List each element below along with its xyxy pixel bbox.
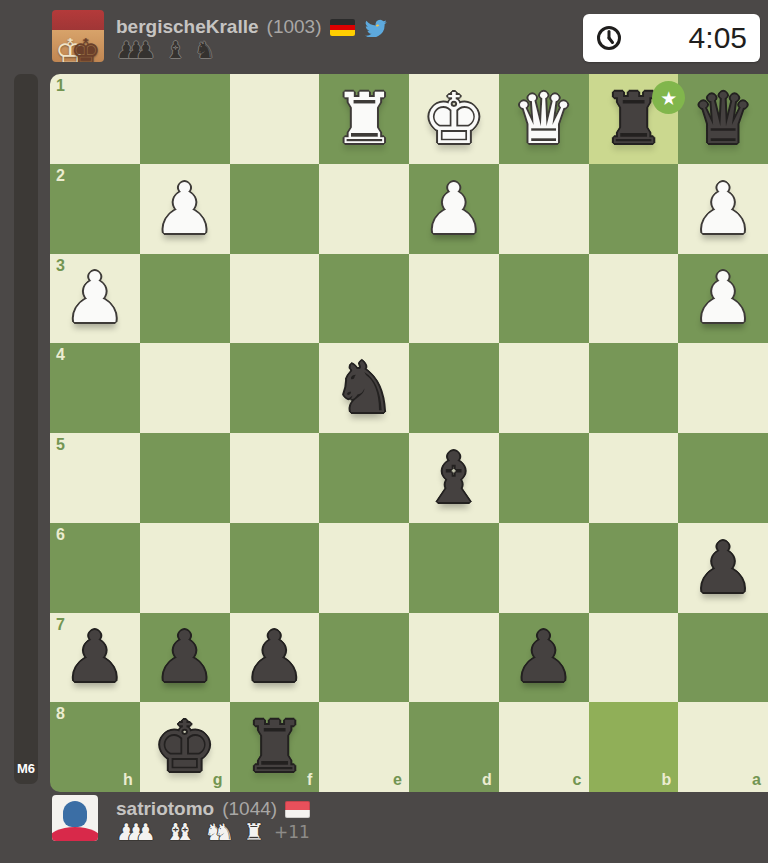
square-f6[interactable] — [230, 523, 320, 613]
square-d1[interactable]: ♚ — [409, 74, 499, 164]
square-f5[interactable] — [230, 433, 320, 523]
chess-board[interactable]: 1♜♚♛♜★♛2♟♟♟3♟♟4♞5♝6♟7♟♟♟♟8hg♚f♜edcba — [50, 74, 768, 792]
square-a3[interactable]: ♟ — [678, 254, 768, 344]
square-d4[interactable] — [409, 343, 499, 433]
square-g3[interactable] — [140, 254, 230, 344]
top-player-name[interactable]: bergischeKralle — [116, 16, 259, 38]
square-e3[interactable] — [319, 254, 409, 344]
square-c5[interactable] — [499, 433, 589, 523]
captured-white-piece-icon: ♟ — [135, 820, 156, 844]
piece-white-pawn-d2[interactable]: ♟ — [409, 164, 499, 254]
file-label-e: e — [393, 771, 402, 789]
square-e5[interactable] — [319, 433, 409, 523]
square-c4[interactable] — [499, 343, 589, 433]
square-h2[interactable]: 2 — [50, 164, 140, 254]
square-d8[interactable]: d — [409, 702, 499, 792]
square-h7[interactable]: 7♟ — [50, 613, 140, 703]
clock-icon — [596, 25, 622, 51]
rank-label-2: 2 — [56, 167, 65, 185]
piece-black-rook-f8[interactable]: ♜ — [230, 702, 320, 792]
square-g7[interactable]: ♟ — [140, 613, 230, 703]
avatar-shirt — [52, 827, 98, 841]
piece-white-pawn-a3[interactable]: ♟ — [678, 254, 768, 344]
captured-black-piece-icon: ♟ — [135, 38, 156, 62]
material-advantage: +11 — [274, 822, 310, 842]
captured-black-piece-icon: ♝ — [165, 38, 186, 62]
germany-flag-icon — [330, 19, 355, 36]
square-c8[interactable]: c — [499, 702, 589, 792]
indonesia-flag-icon — [285, 801, 310, 818]
piece-black-pawn-h7[interactable]: ♟ — [50, 613, 140, 703]
bottom-player-avatar[interactable] — [52, 795, 98, 841]
square-h5[interactable]: 5 — [50, 433, 140, 523]
piece-black-pawn-c7[interactable]: ♟ — [499, 613, 589, 703]
bottom-player-name[interactable]: satriotomo — [116, 798, 214, 820]
piece-black-pawn-g7[interactable]: ♟ — [140, 613, 230, 703]
square-f3[interactable] — [230, 254, 320, 344]
square-e7[interactable] — [319, 613, 409, 703]
piece-black-pawn-f7[interactable]: ♟ — [230, 613, 320, 703]
file-label-d: d — [482, 771, 492, 789]
square-f4[interactable] — [230, 343, 320, 433]
evaluation-bar: M6 — [14, 74, 38, 784]
square-d3[interactable] — [409, 254, 499, 344]
square-e4[interactable]: ♞ — [319, 343, 409, 433]
top-player-avatar[interactable]: ♔ ♚ — [52, 10, 104, 62]
square-f7[interactable]: ♟ — [230, 613, 320, 703]
square-a1[interactable]: ♛ — [678, 74, 768, 164]
square-h1[interactable]: 1 — [50, 74, 140, 164]
captured-white-piece-icon: ♜ — [243, 820, 264, 844]
square-a4[interactable] — [678, 343, 768, 433]
square-b7[interactable] — [589, 613, 679, 703]
square-f2[interactable] — [230, 164, 320, 254]
rank-label-8: 8 — [56, 705, 65, 723]
file-label-a: a — [752, 771, 761, 789]
piece-black-knight-e4[interactable]: ♞ — [319, 343, 409, 433]
square-g4[interactable] — [140, 343, 230, 433]
square-b8[interactable]: b — [589, 702, 679, 792]
square-f1[interactable] — [230, 74, 320, 164]
square-a6[interactable]: ♟ — [678, 523, 768, 613]
top-player-bar: ♔ ♚ bergischeKralle (1003) ♟♟♟♝♞ 4:05 — [0, 0, 768, 74]
square-d6[interactable] — [409, 523, 499, 613]
square-b5[interactable] — [589, 433, 679, 523]
square-b4[interactable] — [589, 343, 679, 433]
piece-white-queen-c1[interactable]: ♛ — [499, 74, 589, 164]
avatar-black-king-icon: ♚ — [71, 34, 101, 62]
square-e8[interactable]: e — [319, 702, 409, 792]
top-player-name-row: bergischeKralle (1003) — [116, 16, 387, 38]
piece-white-pawn-h3[interactable]: ♟ — [50, 254, 140, 344]
top-captured-pieces: ♟♟♟♝♞ — [116, 38, 215, 62]
file-label-b: b — [661, 771, 671, 789]
square-a5[interactable] — [678, 433, 768, 523]
square-c1[interactable]: ♛ — [499, 74, 589, 164]
piece-white-king-d1[interactable]: ♚ — [409, 74, 499, 164]
square-b1[interactable]: ♜★ — [589, 74, 679, 164]
square-a2[interactable]: ♟ — [678, 164, 768, 254]
square-h3[interactable]: 3♟ — [50, 254, 140, 344]
square-c3[interactable] — [499, 254, 589, 344]
square-g1[interactable] — [140, 74, 230, 164]
bottom-player-rating: (1044) — [222, 798, 277, 820]
square-h4[interactable]: 4 — [50, 343, 140, 433]
twitter-bird-icon — [363, 17, 387, 37]
captured-white-piece-icon: ♝ — [175, 820, 196, 844]
square-g8[interactable]: g♚ — [140, 702, 230, 792]
square-b3[interactable] — [589, 254, 679, 344]
avatar-head-silhouette — [63, 801, 87, 827]
square-g2[interactable]: ♟ — [140, 164, 230, 254]
square-h8[interactable]: 8h — [50, 702, 140, 792]
square-g5[interactable] — [140, 433, 230, 523]
square-c6[interactable] — [499, 523, 589, 613]
square-b2[interactable] — [589, 164, 679, 254]
piece-black-pawn-a6[interactable]: ♟ — [678, 523, 768, 613]
top-player-rating: (1003) — [267, 16, 322, 38]
file-label-c: c — [573, 771, 582, 789]
piece-black-queen-a1[interactable]: ♛ — [678, 74, 768, 164]
square-e1[interactable]: ♜ — [319, 74, 409, 164]
bottom-captured-pieces: ♟♟♟♝♝♞♞♜+11 — [116, 820, 310, 844]
piece-white-pawn-a2[interactable]: ♟ — [678, 164, 768, 254]
bottom-player-name-row: satriotomo (1044) — [116, 798, 310, 820]
top-player-clock: 4:05 — [583, 14, 760, 62]
square-d7[interactable] — [409, 613, 499, 703]
square-c7[interactable]: ♟ — [499, 613, 589, 703]
captured-white-piece-icon: ♞ — [214, 820, 235, 844]
square-a7[interactable] — [678, 613, 768, 703]
square-e6[interactable] — [319, 523, 409, 613]
piece-white-pawn-g2[interactable]: ♟ — [140, 164, 230, 254]
captured-black-piece-icon: ♞ — [195, 38, 216, 62]
bottom-player-bar: satriotomo (1044) ♟♟♟♝♝♞♞♜+11 2:01 — [0, 792, 768, 863]
rank-label-5: 5 — [56, 436, 65, 454]
square-b6[interactable] — [589, 523, 679, 613]
square-c2[interactable] — [499, 164, 589, 254]
piece-black-bishop-d5[interactable]: ♝ — [409, 433, 499, 523]
top-clock-time: 4:05 — [622, 21, 760, 55]
file-label-h: h — [123, 771, 133, 789]
square-d5[interactable]: ♝ — [409, 433, 499, 523]
square-e2[interactable] — [319, 164, 409, 254]
square-a8[interactable]: a — [678, 702, 768, 792]
square-g6[interactable] — [140, 523, 230, 613]
rank-label-4: 4 — [56, 346, 65, 364]
evaluation-label: M6 — [14, 761, 38, 776]
square-h6[interactable]: 6 — [50, 523, 140, 613]
rank-label-6: 6 — [56, 526, 65, 544]
rank-label-1: 1 — [56, 77, 65, 95]
piece-black-king-g8[interactable]: ♚ — [140, 702, 230, 792]
square-f8[interactable]: f♜ — [230, 702, 320, 792]
square-d2[interactable]: ♟ — [409, 164, 499, 254]
piece-white-rook-e1[interactable]: ♜ — [319, 74, 409, 164]
